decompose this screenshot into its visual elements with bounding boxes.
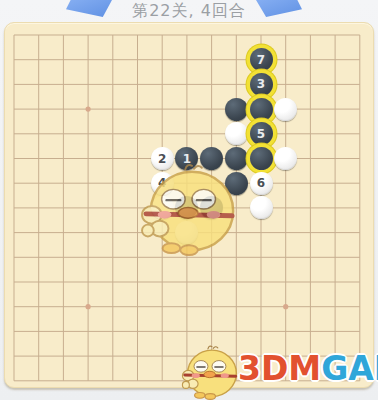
duck-mascot-logo-icon bbox=[180, 342, 244, 400]
stone-white-10-7 bbox=[250, 196, 273, 219]
gomoku-puzzle-screen: 第22关, 4回合 7352146 bbox=[0, 0, 378, 400]
stone-black-10-1-move-7: 7 bbox=[250, 48, 273, 71]
logo-game: GAME bbox=[321, 349, 378, 388]
stone-black-10-3 bbox=[250, 98, 273, 121]
stone-white-6-7 bbox=[151, 196, 174, 219]
stone-black-10-4-move-5: 5 bbox=[250, 122, 273, 145]
stone-black-8-5 bbox=[200, 147, 223, 170]
stone-white-6-5-move-2: 2 bbox=[151, 147, 174, 170]
level-title: 第22关, 4回合 bbox=[0, 1, 378, 22]
stone-black-9-5 bbox=[225, 147, 248, 170]
stone-white-10-6-move-6: 6 bbox=[250, 172, 273, 195]
game-board[interactable]: 7352146 bbox=[4, 22, 374, 388]
stone-white-11-3 bbox=[274, 98, 297, 121]
logo-text: 3DMGAME bbox=[238, 349, 378, 388]
stone-black-10-5 bbox=[250, 147, 273, 170]
stone-black-10-2-move-3: 3 bbox=[250, 73, 273, 96]
logo-3dm: 3DM bbox=[238, 349, 321, 388]
stone-white-9-4 bbox=[225, 122, 248, 145]
stone-white-6-6-move-4: 4 bbox=[151, 172, 174, 195]
stone-black-9-3 bbox=[225, 98, 248, 121]
3dmgame-logo: 3DMGAME bbox=[180, 342, 376, 400]
stone-black-9-6 bbox=[225, 172, 248, 195]
